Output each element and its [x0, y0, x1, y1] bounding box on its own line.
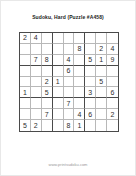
sudoku-cell-r4c8[interactable]	[96, 66, 107, 77]
sudoku-cell-r3c4[interactable]	[53, 55, 64, 66]
sudoku-cell-r8c8[interactable]	[96, 109, 107, 120]
sudoku-cell-r1c1[interactable]: 2	[20, 33, 31, 44]
sudoku-cell-r4c4[interactable]	[53, 66, 64, 77]
sudoku-cell-r7c4[interactable]	[53, 98, 64, 109]
sudoku-cell-r8c1[interactable]	[20, 109, 31, 120]
sudoku-cell-r6c4[interactable]	[53, 87, 64, 98]
sudoku-cell-r2c3[interactable]	[42, 44, 53, 55]
sudoku-cell-r2c4[interactable]	[53, 44, 64, 55]
sudoku-cell-r1c8[interactable]	[96, 33, 107, 44]
sudoku-cell-r5c7[interactable]	[85, 77, 96, 88]
sudoku-cell-r1c6[interactable]	[74, 33, 85, 44]
sudoku-cell-r1c9[interactable]	[107, 33, 118, 44]
sudoku-cell-r3c2[interactable]: 7	[31, 55, 42, 66]
sudoku-cell-r1c5[interactable]	[64, 33, 75, 44]
sudoku-cell-r3c1[interactable]	[20, 55, 31, 66]
sudoku-cell-r6c2[interactable]	[31, 87, 42, 98]
sudoku-cell-r9c5[interactable]: 8	[64, 120, 75, 131]
sudoku-cell-r7c6[interactable]	[74, 98, 85, 109]
sudoku-cell-r1c2[interactable]: 4	[31, 33, 42, 44]
sudoku-cell-r9c1[interactable]: 5	[20, 120, 31, 131]
sudoku-cell-r5c1[interactable]	[20, 77, 31, 88]
sudoku-cell-r7c8[interactable]	[96, 98, 107, 109]
sudoku-cell-r7c9[interactable]	[107, 98, 118, 109]
sudoku-cell-r9c2[interactable]: 2	[31, 120, 42, 131]
sudoku-cell-r4c9[interactable]	[107, 66, 118, 77]
sudoku-cell-r1c7[interactable]	[85, 33, 96, 44]
sudoku-cell-r5c3[interactable]: 2	[42, 77, 53, 88]
sudoku-cell-r5c2[interactable]	[31, 77, 42, 88]
sudoku-cell-r7c1[interactable]	[20, 98, 31, 109]
sudoku-cell-r3c9[interactable]: 9	[107, 55, 118, 66]
sudoku-cell-r6c9[interactable]: 6	[107, 87, 118, 98]
sudoku-cell-r5c9[interactable]	[107, 77, 118, 88]
sudoku-cell-r9c3[interactable]	[42, 120, 53, 131]
sudoku-cell-r5c5[interactable]	[64, 77, 75, 88]
sudoku-cell-r9c8[interactable]	[96, 120, 107, 131]
sudoku-cell-r7c5[interactable]: 7	[64, 98, 75, 109]
sudoku-cell-r8c7[interactable]: 6	[85, 109, 96, 120]
sudoku-cell-r9c4[interactable]	[53, 120, 64, 131]
sudoku-cell-r8c3[interactable]: 7	[42, 109, 53, 120]
sudoku-cell-r3c5[interactable]: 4	[64, 55, 75, 66]
sudoku-cell-r9c7[interactable]	[85, 120, 96, 131]
sudoku-cell-r8c4[interactable]	[53, 109, 64, 120]
sudoku-cell-r9c9[interactable]	[107, 120, 118, 131]
sudoku-cell-r6c5[interactable]	[64, 87, 75, 98]
sudoku-cell-r8c2[interactable]	[31, 109, 42, 120]
sudoku-cell-r6c7[interactable]: 3	[85, 87, 96, 98]
sudoku-cell-r4c5[interactable]: 6	[64, 66, 75, 77]
sudoku-cell-r2c9[interactable]: 4	[107, 44, 118, 55]
sudoku-cell-r4c7[interactable]	[85, 66, 96, 77]
sudoku-cell-r6c3[interactable]: 5	[42, 87, 53, 98]
sudoku-cell-r5c6[interactable]	[74, 77, 85, 88]
sudoku-cell-r4c1[interactable]	[20, 66, 31, 77]
sudoku-cell-r2c1[interactable]	[20, 44, 31, 55]
sudoku-cell-r2c8[interactable]: 2	[96, 44, 107, 55]
sudoku-cell-r2c2[interactable]	[31, 44, 42, 55]
sudoku-cell-r7c7[interactable]	[85, 98, 96, 109]
sudoku-cell-r3c8[interactable]: 1	[96, 55, 107, 66]
sudoku-cell-r7c2[interactable]	[31, 98, 42, 109]
sudoku-cell-r8c5[interactable]	[64, 109, 75, 120]
sudoku-cell-r6c1[interactable]: 1	[20, 87, 31, 98]
sudoku-cell-r4c2[interactable]	[31, 66, 42, 77]
sudoku-cell-r3c3[interactable]: 8	[42, 55, 53, 66]
sudoku-cell-r8c6[interactable]: 4	[74, 109, 85, 120]
sudoku-cell-r1c4[interactable]	[53, 33, 64, 44]
sudoku-cell-r4c6[interactable]	[74, 66, 85, 77]
sudoku-sheet: Sudoku, Hard (Puzzle #A458) 248247845196…	[0, 0, 136, 176]
sudoku-cell-r3c6[interactable]	[74, 55, 85, 66]
sudoku-cell-r4c3[interactable]	[42, 66, 53, 77]
sudoku-grid: 2482478451962151536774625281	[19, 32, 119, 132]
sudoku-cell-r5c8[interactable]: 5	[96, 77, 107, 88]
sudoku-cell-r5c4[interactable]: 1	[53, 77, 64, 88]
sudoku-cell-r9c6[interactable]: 1	[74, 120, 85, 131]
sudoku-cell-r8c9[interactable]: 2	[107, 109, 118, 120]
sudoku-cell-r2c7[interactable]	[85, 44, 96, 55]
sudoku-cell-r7c3[interactable]	[42, 98, 53, 109]
page-title: Sudoku, Hard (Puzzle #A458)	[1, 14, 135, 20]
footer-url: www.printsudoku.com	[1, 162, 135, 167]
sudoku-cell-r2c5[interactable]	[64, 44, 75, 55]
sudoku-cell-r6c8[interactable]	[96, 87, 107, 98]
sudoku-cell-r1c3[interactable]	[42, 33, 53, 44]
sudoku-cell-r3c7[interactable]: 5	[85, 55, 96, 66]
sudoku-cell-r2c6[interactable]: 8	[74, 44, 85, 55]
sudoku-cell-r6c6[interactable]	[74, 87, 85, 98]
